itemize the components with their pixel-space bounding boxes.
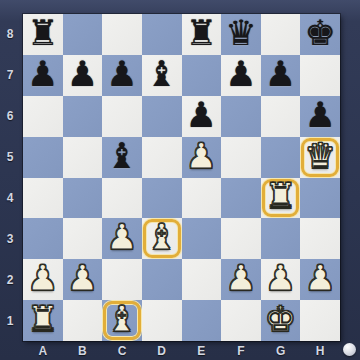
square-b5[interactable] (63, 137, 103, 178)
file-label-a: A (23, 341, 63, 360)
file-label-c: C (102, 341, 142, 360)
square-a3[interactable] (23, 218, 63, 259)
square-e4[interactable] (182, 178, 222, 219)
piece-white-pawn-e5[interactable]: ♟ (186, 139, 217, 174)
square-e2[interactable] (182, 259, 222, 300)
square-g5[interactable] (261, 137, 301, 178)
square-a8[interactable]: ♜ (23, 14, 63, 55)
square-g3[interactable] (261, 218, 301, 259)
file-label-h: H (300, 341, 340, 360)
square-d3[interactable]: ♝ (142, 218, 182, 259)
piece-black-pawn-f7[interactable]: ♟ (225, 57, 256, 92)
file-label-g: G (261, 341, 301, 360)
rank-label-2: 2 (0, 259, 20, 300)
piece-black-bishop-c5[interactable]: ♝ (106, 139, 137, 174)
file-labels: ABCDEFGH (23, 341, 340, 360)
piece-white-bishop-d3[interactable]: ♝ (146, 220, 177, 255)
square-h2[interactable]: ♟ (300, 259, 340, 300)
square-f8[interactable]: ♛ (221, 14, 261, 55)
piece-black-rook-e8[interactable]: ♜ (186, 16, 217, 51)
square-f6[interactable] (221, 96, 261, 137)
piece-white-bishop-c1[interactable]: ♝ (106, 302, 137, 337)
square-a2[interactable]: ♟ (23, 259, 63, 300)
piece-white-pawn-g2[interactable]: ♟ (265, 261, 296, 296)
square-c6[interactable] (102, 96, 142, 137)
square-e7[interactable] (182, 55, 222, 96)
square-f2[interactable]: ♟ (221, 259, 261, 300)
square-a1[interactable]: ♜ (23, 300, 63, 341)
piece-black-pawn-a7[interactable]: ♟ (27, 57, 58, 92)
rank-label-7: 7 (0, 55, 20, 96)
square-c2[interactable] (102, 259, 142, 300)
square-b3[interactable] (63, 218, 103, 259)
square-a6[interactable] (23, 96, 63, 137)
square-a7[interactable]: ♟ (23, 55, 63, 96)
square-h5[interactable]: ♛ (300, 137, 340, 178)
square-d6[interactable] (142, 96, 182, 137)
piece-white-pawn-a2[interactable]: ♟ (27, 261, 58, 296)
square-e5[interactable]: ♟ (182, 137, 222, 178)
piece-black-queen-f8[interactable]: ♛ (225, 16, 256, 51)
chess-board: ♜♜♛♚♟♟♟♝♟♟♟♟♝♟♛♜♟♝♟♟♟♟♟♜♝♚ (23, 14, 340, 341)
square-c7[interactable]: ♟ (102, 55, 142, 96)
square-h8[interactable]: ♚ (300, 14, 340, 55)
square-d2[interactable] (142, 259, 182, 300)
square-e3[interactable] (182, 218, 222, 259)
square-c8[interactable] (102, 14, 142, 55)
rank-labels: 87654321 (0, 14, 23, 341)
move-indicator-white (343, 343, 356, 356)
square-g8[interactable] (261, 14, 301, 55)
square-b7[interactable]: ♟ (63, 55, 103, 96)
piece-black-rook-a8[interactable]: ♜ (27, 16, 58, 51)
square-b8[interactable] (63, 14, 103, 55)
square-h4[interactable] (300, 178, 340, 219)
square-d7[interactable]: ♝ (142, 55, 182, 96)
piece-white-rook-g4[interactable]: ♜ (265, 179, 296, 214)
file-label-d: D (142, 341, 182, 360)
square-g4[interactable]: ♜ (261, 178, 301, 219)
square-b2[interactable]: ♟ (63, 259, 103, 300)
square-d1[interactable] (142, 300, 182, 341)
square-f3[interactable] (221, 218, 261, 259)
piece-black-pawn-e6[interactable]: ♟ (186, 98, 217, 133)
square-h6[interactable]: ♟ (300, 96, 340, 137)
piece-black-pawn-h6[interactable]: ♟ (304, 98, 335, 133)
square-a4[interactable] (23, 178, 63, 219)
square-c4[interactable] (102, 178, 142, 219)
square-g6[interactable] (261, 96, 301, 137)
square-e6[interactable]: ♟ (182, 96, 222, 137)
square-c5[interactable]: ♝ (102, 137, 142, 178)
piece-white-pawn-b2[interactable]: ♟ (67, 261, 98, 296)
square-g2[interactable]: ♟ (261, 259, 301, 300)
piece-white-rook-a1[interactable]: ♜ (27, 302, 58, 337)
file-label-e: E (182, 341, 222, 360)
square-h1[interactable] (300, 300, 340, 341)
piece-black-pawn-b7[interactable]: ♟ (67, 57, 98, 92)
piece-white-king-g1[interactable]: ♚ (265, 302, 296, 337)
square-a5[interactable] (23, 137, 63, 178)
rank-label-1: 1 (0, 300, 20, 341)
rank-label-4: 4 (0, 178, 20, 219)
piece-black-pawn-g7[interactable]: ♟ (265, 57, 296, 92)
square-b6[interactable] (63, 96, 103, 137)
square-g1[interactable]: ♚ (261, 300, 301, 341)
square-e1[interactable] (182, 300, 222, 341)
square-c3[interactable]: ♟ (102, 218, 142, 259)
square-b4[interactable] (63, 178, 103, 219)
piece-white-pawn-f2[interactable]: ♟ (225, 261, 256, 296)
rank-label-5: 5 (0, 137, 20, 178)
square-b1[interactable] (63, 300, 103, 341)
piece-black-pawn-c7[interactable]: ♟ (106, 57, 137, 92)
piece-black-bishop-d7[interactable]: ♝ (146, 57, 177, 92)
square-f7[interactable]: ♟ (221, 55, 261, 96)
rank-label-8: 8 (0, 14, 20, 55)
square-h7[interactable] (300, 55, 340, 96)
square-d5[interactable] (142, 137, 182, 178)
square-f4[interactable] (221, 178, 261, 219)
square-d8[interactable] (142, 14, 182, 55)
file-label-b: B (63, 341, 103, 360)
square-f1[interactable] (221, 300, 261, 341)
square-h3[interactable] (300, 218, 340, 259)
square-g7[interactable]: ♟ (261, 55, 301, 96)
square-f5[interactable] (221, 137, 261, 178)
piece-black-king-h8[interactable]: ♚ (304, 16, 335, 51)
square-e8[interactable]: ♜ (182, 14, 222, 55)
square-d4[interactable] (142, 178, 182, 219)
piece-white-pawn-c3[interactable]: ♟ (106, 220, 137, 255)
rank-label-3: 3 (0, 218, 20, 259)
rank-label-6: 6 (0, 96, 20, 137)
chess-app: ♜♜♛♚♟♟♟♝♟♟♟♟♝♟♛♜♟♝♟♟♟♟♟♜♝♚ 87654321 ABCD… (0, 0, 360, 360)
piece-white-pawn-h2[interactable]: ♟ (304, 261, 335, 296)
piece-white-queen-h5[interactable]: ♛ (304, 139, 335, 174)
square-c1[interactable]: ♝ (102, 300, 142, 341)
file-label-f: F (221, 341, 261, 360)
